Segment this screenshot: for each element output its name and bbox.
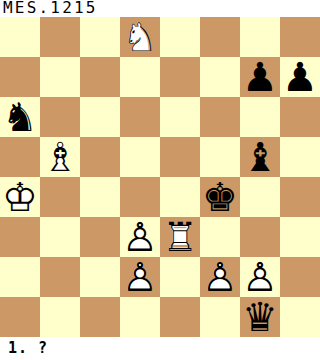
square-e8[interactable] [160, 17, 200, 57]
square-e6[interactable] [160, 97, 200, 137]
square-d7[interactable] [120, 57, 160, 97]
white-king-icon[interactable]: ♚♔ [0, 177, 40, 217]
square-a5[interactable] [0, 137, 40, 177]
square-e7[interactable] [160, 57, 200, 97]
square-b3[interactable] [40, 217, 80, 257]
square-c8[interactable] [80, 17, 120, 57]
square-e1[interactable] [160, 297, 200, 337]
square-h6[interactable] [280, 97, 320, 137]
square-h4[interactable] [280, 177, 320, 217]
square-b1[interactable] [40, 297, 80, 337]
black-bishop-icon[interactable]: ♝ [240, 137, 280, 177]
chess-diagram-page: MES.1215 ♞♘♟♟♞♝♗♝♚♔♚♟♙♜♖♟♙♟♙♟♙♛ 1. ? [0, 0, 320, 360]
square-a4[interactable]: ♚♔ [0, 177, 40, 217]
white-pawn-icon[interactable]: ♟♙ [120, 217, 160, 257]
white-bishop-icon[interactable]: ♝♗ [40, 137, 80, 177]
square-d4[interactable] [120, 177, 160, 217]
square-b2[interactable] [40, 257, 80, 297]
white-pawn-icon[interactable]: ♟♙ [240, 257, 280, 297]
square-d1[interactable] [120, 297, 160, 337]
square-b7[interactable] [40, 57, 80, 97]
square-g4[interactable] [240, 177, 280, 217]
square-a1[interactable] [0, 297, 40, 337]
square-g7[interactable]: ♟ [240, 57, 280, 97]
square-c7[interactable] [80, 57, 120, 97]
move-prompt: 1. ? [0, 337, 320, 360]
square-b8[interactable] [40, 17, 80, 57]
square-g1[interactable]: ♛ [240, 297, 280, 337]
square-e3[interactable]: ♜♖ [160, 217, 200, 257]
white-rook-icon[interactable]: ♜♖ [160, 217, 200, 257]
square-f5[interactable] [200, 137, 240, 177]
white-knight-icon[interactable]: ♞♘ [120, 17, 160, 57]
square-g6[interactable] [240, 97, 280, 137]
square-e2[interactable] [160, 257, 200, 297]
square-h3[interactable] [280, 217, 320, 257]
square-c4[interactable] [80, 177, 120, 217]
square-b6[interactable] [40, 97, 80, 137]
square-b5[interactable]: ♝♗ [40, 137, 80, 177]
square-d5[interactable] [120, 137, 160, 177]
square-a3[interactable] [0, 217, 40, 257]
square-e5[interactable] [160, 137, 200, 177]
black-pawn-icon[interactable]: ♟ [240, 57, 280, 97]
square-g3[interactable] [240, 217, 280, 257]
square-c1[interactable] [80, 297, 120, 337]
square-f3[interactable] [200, 217, 240, 257]
square-g8[interactable] [240, 17, 280, 57]
square-h1[interactable] [280, 297, 320, 337]
square-d6[interactable] [120, 97, 160, 137]
square-d3[interactable]: ♟♙ [120, 217, 160, 257]
square-a6[interactable]: ♞ [0, 97, 40, 137]
square-g2[interactable]: ♟♙ [240, 257, 280, 297]
black-queen-icon[interactable]: ♛ [240, 297, 280, 337]
square-h7[interactable]: ♟ [280, 57, 320, 97]
square-f1[interactable] [200, 297, 240, 337]
square-h5[interactable] [280, 137, 320, 177]
white-pawn-icon[interactable]: ♟♙ [200, 257, 240, 297]
chess-board: ♞♘♟♟♞♝♗♝♚♔♚♟♙♜♖♟♙♟♙♟♙♛ [0, 17, 320, 337]
square-f4[interactable]: ♚ [200, 177, 240, 217]
square-c5[interactable] [80, 137, 120, 177]
white-pawn-icon[interactable]: ♟♙ [120, 257, 160, 297]
black-knight-icon[interactable]: ♞ [0, 97, 40, 137]
square-a7[interactable] [0, 57, 40, 97]
square-h8[interactable] [280, 17, 320, 57]
square-c6[interactable] [80, 97, 120, 137]
square-d2[interactable]: ♟♙ [120, 257, 160, 297]
square-f2[interactable]: ♟♙ [200, 257, 240, 297]
square-d8[interactable]: ♞♘ [120, 17, 160, 57]
square-f8[interactable] [200, 17, 240, 57]
square-a2[interactable] [0, 257, 40, 297]
square-c3[interactable] [80, 217, 120, 257]
puzzle-id: MES.1215 [0, 0, 320, 17]
square-e4[interactable] [160, 177, 200, 217]
square-f6[interactable] [200, 97, 240, 137]
square-a8[interactable] [0, 17, 40, 57]
black-pawn-icon[interactable]: ♟ [280, 57, 320, 97]
square-h2[interactable] [280, 257, 320, 297]
black-king-icon[interactable]: ♚ [200, 177, 240, 217]
square-f7[interactable] [200, 57, 240, 97]
square-b4[interactable] [40, 177, 80, 217]
square-g5[interactable]: ♝ [240, 137, 280, 177]
square-c2[interactable] [80, 257, 120, 297]
